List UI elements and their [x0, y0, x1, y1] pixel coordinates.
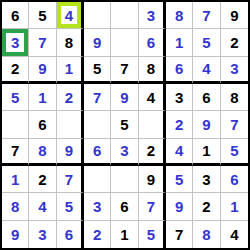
cell-r8c4[interactable]: 3 [84, 193, 111, 220]
cell-r7c3[interactable]: 7 [57, 166, 84, 193]
cell-r6c5[interactable]: 3 [111, 139, 138, 166]
cell-r7c6[interactable]: 9 [139, 166, 166, 193]
cell-r9c7[interactable]: 7 [166, 221, 193, 248]
cell-r3c5[interactable]: 7 [111, 57, 138, 84]
cell-r9c4[interactable]: 2 [84, 221, 111, 248]
cell-r9c1[interactable]: 9 [2, 221, 29, 248]
cell-r9c9[interactable]: 4 [221, 221, 248, 248]
cell-r6c6[interactable]: 2 [139, 139, 166, 166]
cell-r4c8[interactable]: 6 [193, 84, 220, 111]
cell-r8c6[interactable]: 7 [139, 193, 166, 220]
cell-r3c4[interactable]: 5 [84, 57, 111, 84]
cell-r1c5[interactable] [111, 2, 138, 29]
cell-r7c7[interactable]: 5 [166, 166, 193, 193]
cell-r2c9[interactable]: 2 [221, 29, 248, 56]
cell-r4c4[interactable]: 7 [84, 84, 111, 111]
cell-r5c7[interactable]: 2 [166, 111, 193, 138]
cell-r9c6[interactable]: 5 [139, 221, 166, 248]
cell-r4c7[interactable]: 3 [166, 84, 193, 111]
cell-r1c3-highlighted[interactable]: 4 [57, 2, 84, 29]
cell-r9c3[interactable]: 6 [57, 221, 84, 248]
cell-r5c5[interactable]: 5 [111, 111, 138, 138]
cell-r3c7[interactable]: 6 [166, 57, 193, 84]
cell-r6c9[interactable]: 5 [221, 139, 248, 166]
cell-r6c7[interactable]: 4 [166, 139, 193, 166]
cell-r2c3[interactable]: 8 [57, 29, 84, 56]
cell-r8c5[interactable]: 6 [111, 193, 138, 220]
cell-r1c2[interactable]: 5 [29, 2, 56, 29]
cell-r7c8[interactable]: 3 [193, 166, 220, 193]
cell-r8c7[interactable]: 9 [166, 193, 193, 220]
cell-r6c1[interactable]: 7 [2, 139, 29, 166]
cell-r4c9[interactable]: 8 [221, 84, 248, 111]
sudoku-board: 6543879378961522915786435127943686529778… [0, 0, 250, 250]
cell-r5c2[interactable]: 6 [29, 111, 56, 138]
cell-r6c4[interactable]: 6 [84, 139, 111, 166]
cell-r2c2[interactable]: 7 [29, 29, 56, 56]
cell-r1c8[interactable]: 7 [193, 2, 220, 29]
cell-r5c1[interactable] [2, 111, 29, 138]
cell-r2c4[interactable]: 9 [84, 29, 111, 56]
cell-r5c8[interactable]: 9 [193, 111, 220, 138]
cell-r1c9[interactable]: 9 [221, 2, 248, 29]
cell-r2c1-highlighted[interactable]: 3 [2, 29, 29, 56]
cell-r3c9[interactable]: 3 [221, 57, 248, 84]
cell-r8c9[interactable]: 1 [221, 193, 248, 220]
cell-r7c2[interactable]: 2 [29, 166, 56, 193]
cell-r4c6[interactable]: 4 [139, 84, 166, 111]
cell-r1c6[interactable]: 3 [139, 2, 166, 29]
cell-r8c3[interactable]: 5 [57, 193, 84, 220]
cell-r7c5[interactable] [111, 166, 138, 193]
cell-r8c2[interactable]: 4 [29, 193, 56, 220]
cell-r7c4[interactable] [84, 166, 111, 193]
cell-r6c2[interactable]: 8 [29, 139, 56, 166]
cell-r8c8[interactable]: 2 [193, 193, 220, 220]
cell-r3c8[interactable]: 4 [193, 57, 220, 84]
cell-r4c2[interactable]: 1 [29, 84, 56, 111]
cell-r3c6[interactable]: 8 [139, 57, 166, 84]
cell-r7c9[interactable]: 6 [221, 166, 248, 193]
cell-r5c3[interactable] [57, 111, 84, 138]
cell-r7c1[interactable]: 1 [2, 166, 29, 193]
cell-r3c2[interactable]: 9 [29, 57, 56, 84]
cell-r6c3[interactable]: 9 [57, 139, 84, 166]
cell-r1c7[interactable]: 8 [166, 2, 193, 29]
cell-r3c1[interactable]: 2 [2, 57, 29, 84]
cell-r2c6[interactable]: 6 [139, 29, 166, 56]
cell-r9c5[interactable]: 1 [111, 221, 138, 248]
cell-r4c3[interactable]: 2 [57, 84, 84, 111]
cell-r1c4[interactable] [84, 2, 111, 29]
cell-r3c3[interactable]: 1 [57, 57, 84, 84]
cell-r9c8[interactable]: 8 [193, 221, 220, 248]
cell-r4c5[interactable]: 9 [111, 84, 138, 111]
cell-r6c8[interactable]: 1 [193, 139, 220, 166]
cell-r2c5[interactable] [111, 29, 138, 56]
cell-r2c7[interactable]: 1 [166, 29, 193, 56]
cell-r9c2[interactable]: 3 [29, 221, 56, 248]
cell-r4c1[interactable]: 5 [2, 84, 29, 111]
cell-r5c9[interactable]: 7 [221, 111, 248, 138]
cell-r5c4[interactable] [84, 111, 111, 138]
cell-r1c1[interactable]: 6 [2, 2, 29, 29]
cell-r2c8[interactable]: 5 [193, 29, 220, 56]
cell-r8c1[interactable]: 8 [2, 193, 29, 220]
cell-r5c6[interactable] [139, 111, 166, 138]
